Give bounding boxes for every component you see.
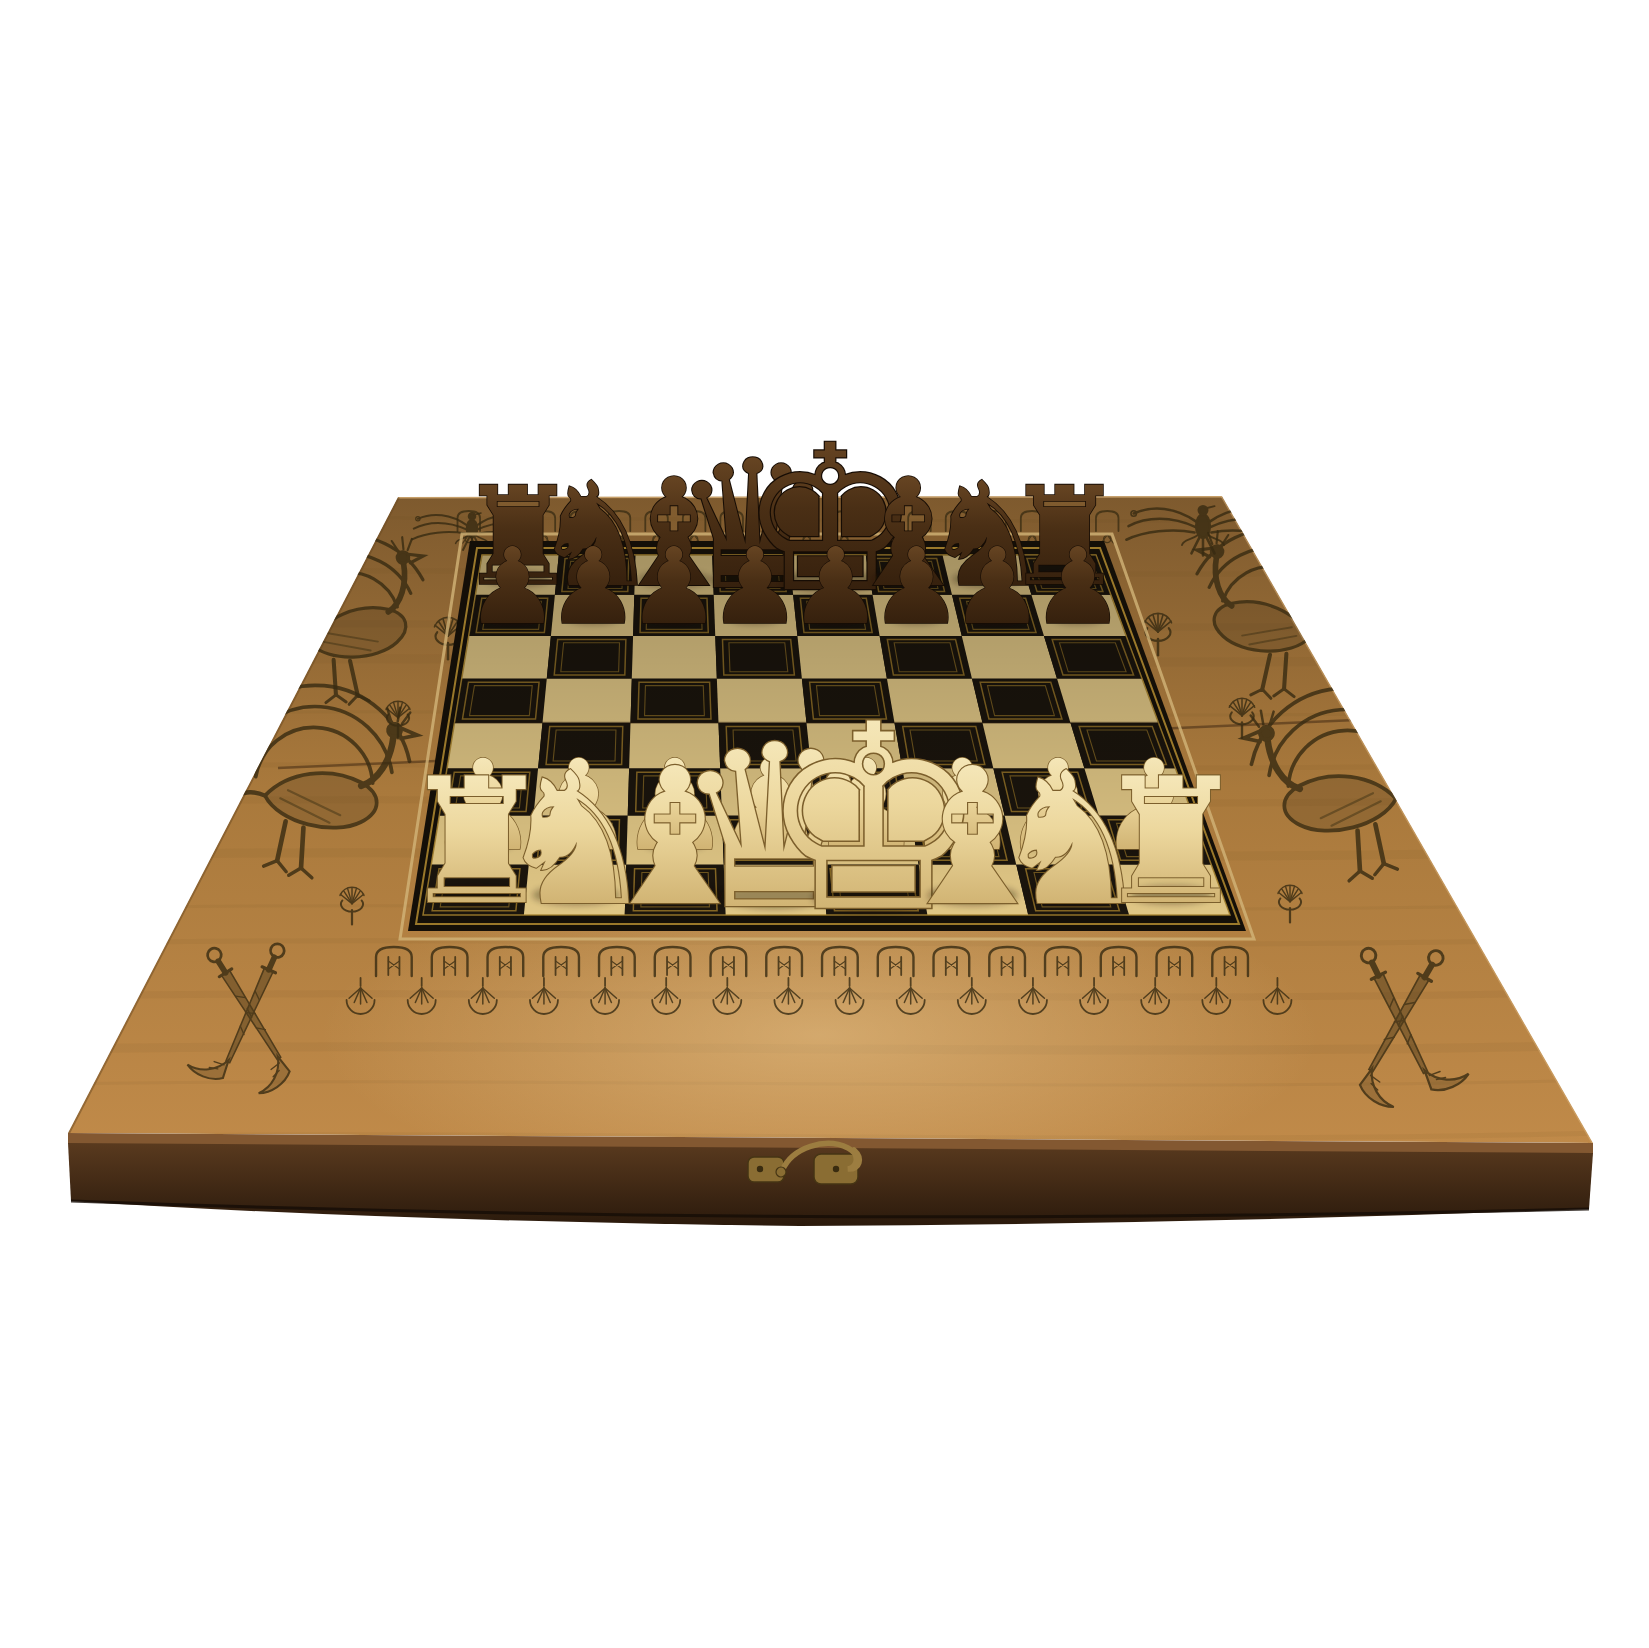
box-front (68, 1133, 1593, 1226)
piece-black-pawn-h7: ♟ (1031, 525, 1125, 648)
piece-white-rook-h1: ♜ (1093, 741, 1248, 943)
chess-box-illustration: ♜♞♝♛♚♝♞♜♟♟♟♟♟♟♟♟♟♟♟♟♟♟♟♟♜♞♝♛♚♝♞♜ (0, 0, 1649, 1648)
product-photo-chess-box: ♜♞♝♛♚♝♞♜♟♟♟♟♟♟♟♟♟♟♟♟♟♟♟♟♜♞♝♛♚♝♞♜ (0, 0, 1649, 1648)
